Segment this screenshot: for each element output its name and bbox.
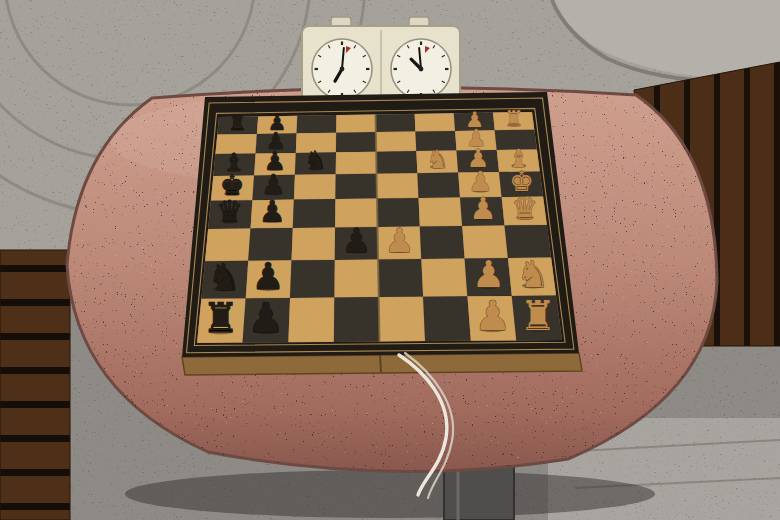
clock-left-dial (312, 39, 372, 99)
square-a4[interactable] (379, 297, 425, 342)
black-pawn-b7[interactable]: ♟ (252, 255, 285, 298)
square-g4[interactable] (376, 132, 417, 152)
table-shadow (125, 470, 655, 518)
black-queen-d8[interactable]: ♛ (216, 194, 243, 229)
square-f5[interactable] (336, 152, 377, 175)
white-queen-d1[interactable]: ♛ (511, 191, 538, 226)
photo-scene: ♜♟♜♟♟♟♝♞♟♝♞♟♚♟♚♟♛♟♛♟♟♟♞♟♞♟♜♟♜♟ (0, 0, 780, 520)
square-d6[interactable] (293, 199, 336, 228)
white-pawn-b2[interactable]: ♟ (472, 253, 505, 296)
square-b4[interactable] (378, 259, 423, 297)
square-e5[interactable] (335, 174, 377, 199)
black-pawn-a7[interactable]: ♟ (248, 294, 285, 342)
black-pawn-d7[interactable]: ♟ (258, 194, 285, 229)
black-rook-a8[interactable]: ♜ (202, 294, 239, 342)
square-a3[interactable] (423, 296, 471, 341)
square-c3[interactable] (420, 226, 465, 259)
square-e6[interactable] (294, 174, 336, 199)
square-f4[interactable] (376, 151, 417, 174)
white-pawn-d2[interactable]: ♟ (469, 191, 496, 226)
white-rook-h1[interactable]: ♜ (504, 106, 523, 131)
square-h3[interactable] (415, 113, 456, 131)
square-h6[interactable] (297, 115, 337, 133)
scene-svg: ♜♟♜♟♟♟♝♞♟♝♞♟♚♟♚♟♛♟♛♟♟♟♞♟♞♟♜♟♜♟ (0, 0, 780, 520)
square-d3[interactable] (419, 198, 463, 227)
white-pawn-a2[interactable]: ♟ (474, 292, 511, 340)
square-c6[interactable] (292, 227, 336, 260)
square-h4[interactable] (376, 114, 416, 132)
black-pawn-c5[interactable]: ♟ (341, 221, 371, 260)
white-knight-f3[interactable]: ♞ (426, 145, 449, 174)
square-b5[interactable] (334, 259, 378, 297)
square-b6[interactable] (290, 260, 335, 298)
black-knight-f6[interactable]: ♞ (304, 146, 327, 175)
table-leg (444, 466, 514, 520)
white-pawn-c4[interactable]: ♟ (385, 221, 415, 260)
square-h5[interactable] (336, 115, 376, 133)
black-knight-b8[interactable]: ♞ (208, 256, 241, 299)
square-a6[interactable] (288, 298, 334, 343)
square-e4[interactable] (377, 173, 419, 198)
square-e3[interactable] (417, 173, 460, 198)
black-rook-h8[interactable]: ♜ (228, 110, 247, 135)
square-a5[interactable] (334, 297, 380, 342)
clock-right-dial (391, 39, 451, 99)
white-knight-b1[interactable]: ♞ (516, 253, 549, 296)
square-g5[interactable] (336, 132, 376, 152)
white-rook-a1[interactable]: ♜ (520, 292, 557, 340)
square-b3[interactable] (421, 259, 467, 297)
wooden-bench-left (0, 250, 70, 520)
